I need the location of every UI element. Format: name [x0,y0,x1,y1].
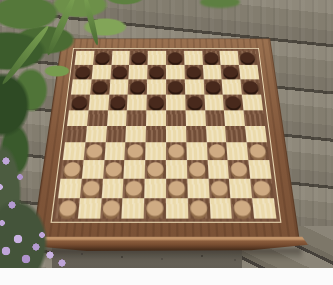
light-man[interactable]: ● [232,196,253,216]
square-r3c8[interactable]: ● [223,95,244,111]
light-man[interactable]: ● [145,196,164,216]
square-r5c6[interactable] [186,126,207,142]
square-r9c6[interactable]: ● [188,198,211,218]
dark-man[interactable]: ● [242,78,260,93]
square-r8c5[interactable]: ● [166,179,188,198]
light-man[interactable]: ● [167,177,186,196]
dark-man[interactable]: ● [222,63,240,78]
dark-man[interactable]: ● [239,49,256,63]
square-r4c7[interactable] [205,110,226,126]
square-r9c4[interactable]: ● [144,198,166,218]
dark-man[interactable]: ● [204,78,222,93]
square-r8c7[interactable]: ● [208,179,231,198]
dark-man[interactable]: ● [203,49,220,63]
dark-man[interactable]: ● [186,93,203,109]
square-r3c5 [166,95,185,111]
square-r5c8[interactable] [225,126,246,142]
square-r8c9[interactable]: ● [250,179,274,198]
square-r9c1 [78,198,102,218]
square-r4c5[interactable] [166,110,186,126]
light-man[interactable]: ● [189,196,209,216]
light-man[interactable]: ● [167,141,185,159]
light-man[interactable]: ● [101,196,121,216]
square-r9c5 [166,198,188,218]
light-man[interactable]: ● [229,158,249,177]
square-r8c1[interactable]: ● [80,179,103,198]
square-r2c5[interactable]: ● [166,79,185,94]
light-man[interactable]: ● [251,177,272,196]
light-man[interactable]: ● [208,141,227,159]
dark-man[interactable]: ● [167,49,183,63]
square-r0c7[interactable]: ● [202,51,221,65]
square-r3c7 [204,95,224,111]
square-r6c5[interactable]: ● [166,142,187,160]
square-r4c9[interactable] [244,110,265,126]
dark-man[interactable]: ● [167,78,184,93]
purple-flowers-bottom-left [0,143,78,269]
square-r9c9 [252,198,276,218]
light-man[interactable]: ● [209,177,229,196]
square-r9c3 [122,198,145,218]
square-r6c7[interactable]: ● [206,142,228,160]
square-r3c6[interactable]: ● [185,95,205,111]
square-r1c6[interactable]: ● [184,65,203,80]
square-r4c6 [185,110,205,126]
square-r0c5[interactable]: ● [166,51,184,65]
light-man[interactable]: ● [188,158,207,177]
square-r0c9[interactable]: ● [238,51,258,65]
square-r6c9[interactable]: ● [247,142,269,160]
photo-scene: ●●●●●●●●●●●●●●●●●●●●●●●●●●●●●●●●●●●●●●●● [0,0,333,285]
square-r4c8 [224,110,245,126]
square-r2c9[interactable]: ● [241,79,262,94]
square-r7c6[interactable]: ● [187,160,209,179]
dark-man[interactable]: ● [185,63,202,78]
square-r9c2[interactable]: ● [100,198,123,218]
square-r3c9 [242,95,263,111]
light-man[interactable]: ● [248,141,268,159]
square-r9c8[interactable]: ● [231,198,255,218]
bottom-white-margin [0,268,333,285]
square-r2c7[interactable]: ● [203,79,223,94]
square-r7c8[interactable]: ● [228,160,250,179]
dark-man[interactable]: ● [224,93,242,109]
square-r8c3[interactable]: ● [123,179,145,198]
square-r1c8[interactable]: ● [221,65,241,80]
square-r9c7 [209,198,232,218]
